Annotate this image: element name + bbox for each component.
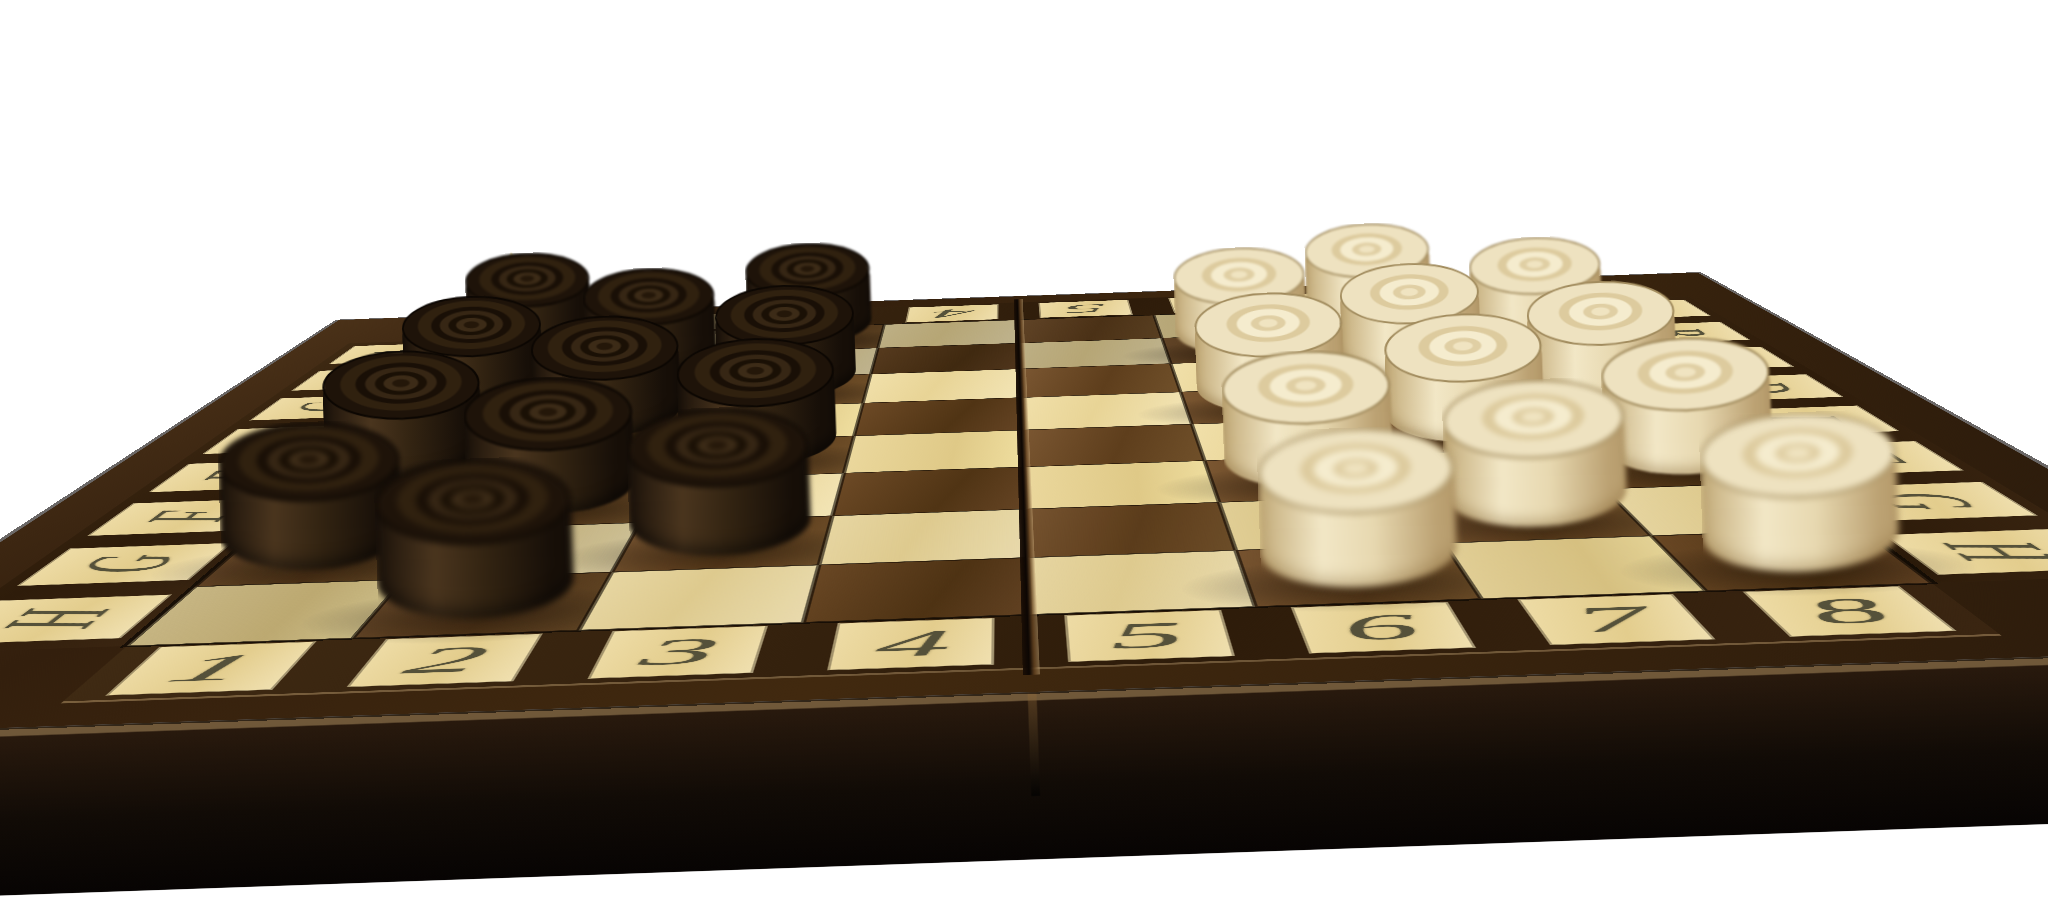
checkers-board: 12345678 ABCDEFGH ABCDEFGH 12345678 ⛂⛂⛀⛂… xyxy=(0,273,2048,739)
square-d5 xyxy=(1022,392,1192,430)
piece-light-a7: ⛀ xyxy=(1304,221,1432,326)
piece-side xyxy=(745,266,872,347)
label-glyph: 8 xyxy=(1790,593,1905,630)
label-glyph: 5 xyxy=(1063,302,1107,315)
label-glyph: H xyxy=(0,606,133,632)
rank-back-label: 3 xyxy=(771,309,869,327)
camera-roll-wrapper: 12345678 ABCDEFGH ABCDEFGH 12345678 ⛂⛂⛀⛂… xyxy=(0,0,2048,922)
square-h4 xyxy=(804,558,1030,623)
file-label: B xyxy=(291,367,438,391)
rank-back-label: 2 xyxy=(637,313,739,332)
label-glyph: B xyxy=(318,373,415,384)
rank-back-label: 8 xyxy=(1427,286,1535,304)
brass-clasp-leaf xyxy=(497,252,527,304)
label-glyph: D xyxy=(1700,380,1814,395)
file-label: C xyxy=(249,394,407,421)
file-right-label: B xyxy=(1601,322,1750,344)
rank-segment: 5 xyxy=(1029,605,1273,668)
square-h5 xyxy=(1027,550,1255,614)
rank-label: 3 xyxy=(587,626,769,679)
square-f4 xyxy=(833,467,1026,516)
label-glyph: 8 xyxy=(1453,289,1508,302)
file-label: D xyxy=(202,424,371,454)
label-glyph: 2 xyxy=(663,316,714,329)
square-c4 xyxy=(863,369,1022,403)
rank-segment: 4 xyxy=(789,613,1031,676)
file-label: A xyxy=(329,342,468,364)
label-glyph: 2 xyxy=(395,640,496,679)
rank-segment: 6 xyxy=(1254,597,1515,659)
file-right-label: G xyxy=(1819,482,2038,522)
rank-back-label: 5 xyxy=(1038,300,1132,318)
file-label: G xyxy=(17,543,233,587)
label-glyph: C xyxy=(1661,352,1766,364)
file-label: E xyxy=(148,459,330,493)
square-d2: ⛂ xyxy=(517,409,705,448)
square-e6 xyxy=(1192,418,1385,460)
square-e7: ⛀ xyxy=(1360,412,1564,454)
label-glyph: C xyxy=(277,400,381,413)
label-glyph: E xyxy=(182,467,300,482)
brass-clasp xyxy=(493,252,531,328)
rank-back-label: 7 xyxy=(1298,291,1401,309)
square-e4 xyxy=(844,430,1024,473)
label-glyph: 4 xyxy=(873,624,952,663)
label-glyph: 7 xyxy=(1323,293,1374,306)
square-g4 xyxy=(819,509,1027,565)
piece-top xyxy=(744,241,870,300)
rank-segment: 3 xyxy=(547,621,804,685)
square-f6: ⛀ xyxy=(1204,454,1412,502)
label-glyph: H xyxy=(1922,539,2048,563)
square-d4 xyxy=(854,398,1023,436)
label-glyph: A xyxy=(353,348,444,358)
piece-top xyxy=(1304,221,1430,280)
label-glyph: G xyxy=(1855,491,1999,512)
file-right-label: F xyxy=(1764,441,1964,476)
square-b6: ⛀ xyxy=(1162,333,1321,363)
square-f3 xyxy=(640,473,845,522)
label-glyph: 1 xyxy=(530,320,584,333)
square-g3: ⛂ xyxy=(611,516,832,572)
label-glyph: 3 xyxy=(797,311,844,324)
rank-segment: 8 xyxy=(1704,581,1999,642)
square-g5 xyxy=(1026,502,1236,557)
label-glyph: F xyxy=(1797,450,1926,466)
rank-label: 6 xyxy=(1290,602,1475,654)
rank-label: 1 xyxy=(105,641,315,695)
rank-back-label: 4 xyxy=(905,304,998,322)
square-h7 xyxy=(1443,536,1706,599)
label-glyph: B xyxy=(1626,327,1724,338)
checkers-photo-scene: 12345678 ABCDEFGH ABCDEFGH 12345678 ⛂⛂⛀⛂… xyxy=(0,0,2048,922)
square-d6: ⛀ xyxy=(1180,386,1360,424)
label-glyph: E xyxy=(1746,413,1865,427)
rank-segment: 7 xyxy=(1479,589,1757,651)
piece-side xyxy=(1304,246,1431,327)
file-right-label: C xyxy=(1635,347,1794,372)
label-glyph: 6 xyxy=(1193,298,1241,311)
label-glyph: D xyxy=(231,431,344,447)
square-h6: ⛀ xyxy=(1235,543,1480,607)
square-e5 xyxy=(1023,424,1204,467)
rank-back-label: 1 xyxy=(503,318,610,337)
label-glyph: 3 xyxy=(634,632,724,671)
square-h3 xyxy=(578,565,819,630)
label-glyph: 4 xyxy=(931,307,975,320)
rank-label: 5 xyxy=(1064,610,1234,662)
label-glyph: 1 xyxy=(157,648,269,688)
label-glyph: G xyxy=(55,553,198,576)
file-right-label: D xyxy=(1673,374,1844,402)
rank-label: 2 xyxy=(346,633,542,687)
scene-caption: Low-angle photograph of an opened wooden… xyxy=(0,0,1,1)
rank-label: 7 xyxy=(1517,594,1716,645)
square-d7 xyxy=(1339,381,1529,418)
file-right-label: A xyxy=(1571,300,1711,320)
label-glyph: 6 xyxy=(1335,608,1428,646)
square-f5 xyxy=(1024,461,1218,509)
label-glyph: F xyxy=(124,508,252,525)
rank-label: 4 xyxy=(827,618,994,671)
label-glyph: 7 xyxy=(1563,600,1667,638)
rank-label: 8 xyxy=(1743,586,1957,637)
file-label: F xyxy=(87,498,285,536)
label-glyph: A xyxy=(1594,305,1686,315)
perspective-wrapper: 12345678 ABCDEFGH ABCDEFGH 12345678 ⛂⛂⛀⛂… xyxy=(0,0,2048,922)
label-glyph: 5 xyxy=(1107,616,1188,654)
piece-dark-a3: ⛂ xyxy=(744,241,872,346)
square-g6 xyxy=(1219,495,1444,550)
file-segment: E xyxy=(128,454,348,499)
file-right-label: E xyxy=(1715,405,1899,436)
square-f7 xyxy=(1384,448,1605,496)
rank-back-label: 6 xyxy=(1168,295,1267,313)
